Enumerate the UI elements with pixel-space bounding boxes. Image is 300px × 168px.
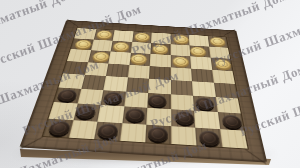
square-d2[interactable]: [122, 106, 147, 124]
square-d1[interactable]: [120, 123, 147, 143]
square-h4[interactable]: [213, 83, 237, 98]
square-g4[interactable]: [192, 81, 215, 96]
square-c1[interactable]: [94, 121, 122, 140]
light-piece-h6[interactable]: [214, 59, 232, 70]
light-piece-d6[interactable]: [130, 54, 147, 64]
dark-piece-e1[interactable]: [148, 126, 168, 142]
light-piece-c7[interactable]: [113, 42, 130, 52]
light-piece-e7[interactable]: [153, 44, 169, 54]
dark-piece-a3[interactable]: [57, 89, 78, 102]
square-b1[interactable]: [69, 120, 98, 139]
square-e3[interactable]: [147, 93, 170, 110]
dark-piece-g3[interactable]: [195, 97, 214, 110]
light-piece-b6[interactable]: [92, 52, 110, 62]
dark-piece-e3[interactable]: [148, 94, 166, 107]
square-g1[interactable]: [195, 127, 222, 147]
board-grid: [43, 28, 248, 149]
square-e2[interactable]: [146, 108, 170, 126]
square-d4[interactable]: [126, 77, 149, 92]
square-d3[interactable]: [124, 91, 148, 108]
light-piece-f8[interactable]: [173, 35, 188, 44]
square-h2[interactable]: [217, 112, 244, 130]
square-c4[interactable]: [103, 76, 127, 91]
light-piece-h8[interactable]: [209, 37, 225, 46]
square-d5[interactable]: [127, 65, 149, 79]
square-c2[interactable]: [97, 105, 123, 123]
square-f1[interactable]: [171, 126, 197, 146]
checkers-board: [19, 20, 267, 163]
square-c3[interactable]: [101, 90, 126, 106]
light-piece-g7[interactable]: [190, 46, 206, 56]
light-piece-f6[interactable]: [172, 56, 188, 66]
square-e5[interactable]: [149, 66, 170, 80]
dark-piece-h2[interactable]: [221, 115, 242, 129]
square-f2[interactable]: [171, 109, 196, 127]
dark-piece-d2[interactable]: [125, 108, 145, 122]
dark-piece-c1[interactable]: [97, 123, 119, 138]
square-b4[interactable]: [81, 75, 106, 90]
square-e4[interactable]: [148, 79, 170, 94]
square-f5[interactable]: [170, 67, 192, 81]
light-piece-d8[interactable]: [134, 33, 150, 42]
dark-piece-b2[interactable]: [74, 105, 96, 119]
frame-mitre-seam: [20, 137, 43, 150]
square-b2[interactable]: [73, 103, 100, 121]
light-piece-b8[interactable]: [96, 30, 113, 39]
square-h1[interactable]: [220, 129, 248, 149]
dark-piece-a1[interactable]: [48, 120, 72, 135]
square-b5[interactable]: [84, 62, 108, 76]
photo-background: Русский Шахматный ДомРусский Шахматный Д…: [0, 0, 300, 168]
dark-piece-c3[interactable]: [103, 92, 123, 105]
square-e1[interactable]: [145, 124, 171, 144]
dark-piece-g1[interactable]: [199, 130, 220, 146]
board-frame: [19, 20, 267, 163]
square-b3[interactable]: [77, 89, 103, 105]
square-c5[interactable]: [106, 63, 129, 77]
square-f3[interactable]: [171, 94, 194, 111]
square-h3[interactable]: [215, 97, 240, 114]
frame-mitre-seam: [224, 29, 236, 35]
square-g3[interactable]: [193, 95, 217, 112]
light-piece-a7[interactable]: [75, 39, 93, 49]
square-g2[interactable]: [194, 111, 220, 129]
square-f4[interactable]: [170, 80, 192, 95]
dark-piece-f2[interactable]: [175, 111, 194, 125]
frame-mitre-seam: [67, 19, 78, 27]
